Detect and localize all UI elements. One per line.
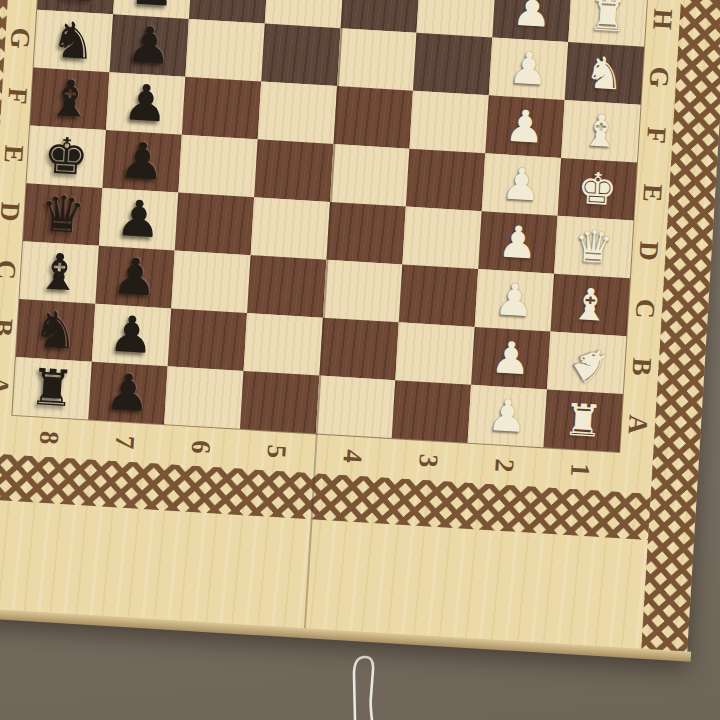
square-a5[interactable] [240, 371, 319, 434]
square-d3[interactable] [402, 207, 481, 270]
white-pawn-h2[interactable]: ♟ [492, 0, 571, 42]
file-label-f: F [637, 105, 674, 165]
black-knight-b8[interactable]: ♞ [16, 299, 95, 362]
square-a3[interactable] [392, 380, 471, 443]
square-b1[interactable]: ♞ [547, 332, 626, 395]
white-bishop-f1[interactable]: ♝ [561, 100, 640, 163]
file-label-text: B [626, 356, 658, 376]
square-f3[interactable] [409, 91, 488, 154]
square-b8[interactable]: ♞ [16, 299, 95, 362]
black-king-e8[interactable]: ♚ [27, 125, 106, 188]
square-f6[interactable] [182, 77, 261, 140]
square-f5[interactable] [258, 81, 337, 144]
white-pawn-d2[interactable]: ♟ [478, 211, 557, 274]
square-g7[interactable]: ♟ [109, 14, 188, 77]
file-label-text: G [4, 26, 36, 49]
square-c2[interactable]: ♟ [475, 269, 554, 332]
black-knight-g8[interactable]: ♞ [34, 10, 113, 73]
black-queen-d8[interactable]: ♛ [23, 183, 102, 246]
white-queen-d1[interactable]: ♛ [554, 216, 633, 279]
file-label-e: E [0, 124, 30, 184]
square-f4[interactable] [334, 86, 413, 149]
square-g6[interactable] [185, 19, 264, 82]
rank-label-text: 2 [488, 457, 520, 472]
square-e7[interactable]: ♟ [102, 130, 181, 193]
white-pawn-a2[interactable]: ♟ [468, 385, 547, 448]
white-king-e1[interactable]: ♚ [558, 158, 637, 221]
square-d4[interactable] [326, 202, 405, 265]
square-g1[interactable]: ♞ [565, 42, 644, 105]
square-a1[interactable]: ♜ [543, 389, 622, 452]
rank-label-8: 8 [10, 415, 88, 460]
file-label-d: D [630, 220, 667, 280]
rank-label-2: 2 [465, 443, 543, 488]
file-label-h: H [644, 0, 681, 49]
rank-label-text: 6 [185, 439, 217, 454]
white-rook-h1[interactable]: ♜ [568, 0, 647, 47]
white-pawn-f2[interactable]: ♟ [485, 95, 564, 158]
square-e2[interactable]: ♟ [482, 153, 561, 216]
rank-label-1: 1 [541, 447, 619, 492]
white-pawn-c2[interactable]: ♟ [475, 269, 554, 332]
file-label-text: D [0, 201, 26, 222]
rank-label-text: 1 [564, 462, 596, 477]
file-label-g: G [641, 47, 678, 107]
black-bishop-c8[interactable]: ♝ [19, 241, 98, 304]
square-d2[interactable]: ♟ [478, 211, 557, 274]
black-pawn-d7[interactable]: ♟ [99, 188, 178, 251]
file-label-text: F [640, 125, 672, 143]
rank-label-4: 4 [313, 433, 391, 478]
square-f2[interactable]: ♟ [485, 95, 564, 158]
rank-label-text: 5 [261, 443, 293, 458]
square-h1[interactable]: ♜ [568, 0, 647, 47]
black-pawn-g7[interactable]: ♟ [109, 14, 188, 77]
rank-label-6: 6 [162, 424, 240, 469]
black-pawn-b7[interactable]: ♟ [92, 304, 171, 367]
file-label-e: E [633, 163, 670, 223]
square-e1[interactable]: ♚ [558, 158, 637, 221]
square-g4[interactable] [337, 28, 416, 91]
square-e3[interactable] [406, 149, 485, 212]
white-pawn-g2[interactable]: ♟ [489, 37, 568, 100]
square-e6[interactable] [178, 135, 257, 198]
square-g5[interactable] [261, 24, 340, 87]
white-pawn-b2[interactable]: ♟ [471, 327, 550, 390]
rank-label-3: 3 [389, 438, 467, 483]
square-b4[interactable] [319, 318, 398, 381]
file-label-text: G [643, 65, 675, 88]
square-c3[interactable] [399, 264, 478, 327]
square-b2[interactable]: ♟ [471, 327, 550, 390]
white-pawn-e2[interactable]: ♟ [482, 153, 561, 216]
file-label-text: C [629, 298, 661, 319]
file-label-b: B [623, 336, 660, 396]
file-label-f: F [0, 66, 33, 126]
square-h2[interactable]: ♟ [492, 0, 571, 42]
square-c5[interactable] [247, 255, 326, 318]
rank-label-text: 3 [413, 453, 445, 468]
square-e5[interactable] [254, 139, 333, 202]
black-pawn-f7[interactable]: ♟ [106, 72, 185, 135]
file-label-a: A [619, 394, 656, 454]
square-a4[interactable] [316, 376, 395, 439]
square-e4[interactable] [330, 144, 409, 207]
chess-board: HGFEDCBA ♜♟♟♜♞♟♟♞♝♟♟♝♚♟♟♚♛♟♟♛♝♟♟♝♞♟♟♞♜♟♟… [0, 0, 720, 653]
file-label-text: D [633, 240, 665, 261]
square-a8[interactable]: ♜ [12, 357, 91, 420]
white-rook-a1[interactable]: ♜ [543, 389, 622, 452]
square-h4[interactable] [341, 0, 420, 33]
square-f7[interactable]: ♟ [106, 72, 185, 135]
square-a6[interactable] [164, 366, 243, 429]
file-label-text: E [0, 144, 29, 164]
square-b7[interactable]: ♟ [92, 304, 171, 367]
square-c8[interactable]: ♝ [19, 241, 98, 304]
white-knight-g1[interactable]: ♞ [565, 42, 644, 105]
rank-label-5: 5 [238, 429, 316, 474]
square-e8[interactable]: ♚ [27, 125, 106, 188]
black-rook-a8[interactable]: ♜ [12, 357, 91, 420]
square-a7[interactable]: ♟ [88, 362, 167, 425]
file-label-text: H [647, 7, 679, 30]
square-g3[interactable] [413, 33, 492, 96]
square-f8[interactable]: ♝ [30, 68, 109, 131]
square-f1[interactable]: ♝ [561, 100, 640, 163]
wire-clip [341, 644, 393, 720]
square-c7[interactable]: ♟ [95, 246, 174, 309]
square-d8[interactable]: ♛ [23, 183, 102, 246]
square-g8[interactable]: ♞ [34, 10, 113, 73]
square-h3[interactable] [416, 0, 495, 37]
square-g2[interactable]: ♟ [489, 37, 568, 100]
file-label-text: F [1, 86, 33, 104]
square-b6[interactable] [168, 308, 247, 371]
rank-label-text: 7 [109, 434, 141, 449]
file-label-text: B [0, 317, 19, 337]
square-b5[interactable] [244, 313, 323, 376]
square-d6[interactable] [175, 193, 254, 256]
black-pawn-c7[interactable]: ♟ [95, 246, 174, 309]
file-label-text: E [636, 183, 668, 203]
file-label-c: C [626, 278, 663, 338]
black-pawn-e7[interactable]: ♟ [102, 130, 181, 193]
file-label-text: C [0, 259, 22, 280]
file-label-g: G [4, 8, 37, 68]
square-d5[interactable] [251, 197, 330, 260]
square-a2[interactable]: ♟ [468, 385, 547, 448]
rank-label-7: 7 [86, 420, 164, 465]
black-bishop-f8[interactable]: ♝ [30, 68, 109, 131]
file-label-text: A [622, 413, 654, 434]
square-b3[interactable] [395, 322, 474, 385]
square-d1[interactable]: ♛ [554, 216, 633, 279]
square-d7[interactable]: ♟ [99, 188, 178, 251]
rank-label-text: 4 [337, 448, 369, 463]
square-c4[interactable] [323, 260, 402, 323]
black-pawn-a7[interactable]: ♟ [88, 362, 167, 425]
square-c6[interactable] [171, 250, 250, 313]
rank-label-text: 8 [33, 429, 65, 444]
